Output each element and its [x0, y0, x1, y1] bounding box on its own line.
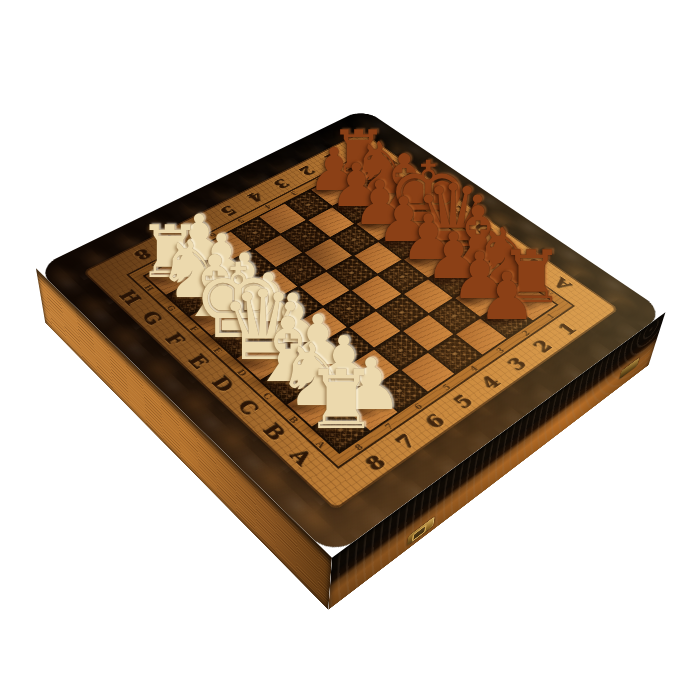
coordinate-cell: 6: [400, 393, 438, 420]
coordinate-cell: 5: [437, 382, 489, 421]
square-a7: [482, 302, 532, 337]
camera-roll-wrapper: HGFEDCBA HGFEDCBA 12345678 12345678 HGFE…: [0, 0, 700, 700]
coordinate-label: D: [207, 372, 240, 396]
square-c5: [377, 295, 427, 330]
coordinate-label: E: [184, 351, 215, 373]
square-f2: [220, 284, 270, 319]
square-e1: [213, 321, 264, 358]
coordinate-cell: E: [174, 343, 225, 381]
coordinate-cell: 4: [465, 363, 516, 401]
chess-set-product-photo: HGFEDCBA HGFEDCBA 12345678 12345678 HGFE…: [0, 0, 700, 700]
brass-hinge-icon: [619, 357, 639, 379]
coordinate-label: A: [314, 440, 327, 450]
coordinate-label: B: [286, 415, 300, 425]
square-a1: [313, 409, 368, 451]
coordinate-label: B: [258, 419, 292, 444]
coordinate-label: 7: [391, 429, 421, 453]
coordinate-cell: 3: [492, 345, 542, 382]
coordinate-cell: B: [248, 411, 302, 453]
coordinate-cell: 7: [379, 420, 433, 462]
coordinate-label: 3: [495, 346, 507, 355]
square-e3: [272, 288, 322, 323]
coordinate-label: G: [164, 304, 177, 313]
coordinate-label: 5: [216, 202, 241, 219]
coordinate-label: 2: [529, 335, 558, 356]
coordinate-label: 4: [468, 364, 480, 373]
coordinate-cell: D: [198, 365, 250, 404]
coordinate-cell: C: [222, 387, 275, 428]
coordinate-cell: D: [225, 359, 260, 388]
coordinate-cell: H: [133, 276, 165, 301]
coordinate-label: 6: [188, 216, 213, 233]
coordinate-label: 4: [476, 371, 505, 393]
square-a6: [456, 319, 506, 355]
coordinate-cell: A: [275, 435, 330, 479]
square-g1: [167, 280, 217, 314]
coordinate-cell: E: [200, 337, 234, 365]
coordinate-label: 4: [243, 189, 267, 205]
coordinate-cell: F: [177, 316, 210, 343]
coordinate-cell: F: [151, 321, 201, 358]
square-a4: [402, 353, 454, 391]
brass-latch-icon: [407, 516, 435, 546]
coordinate-cell: 1: [534, 305, 567, 328]
coordinate-label: 1: [545, 312, 556, 320]
coordinate-label: C: [233, 396, 265, 420]
coordinate-cell: B: [275, 405, 312, 436]
coordinate-label: H: [142, 284, 155, 293]
square-d3: [296, 308, 346, 344]
coordinate-label: F: [188, 325, 200, 333]
perspective-scene: HGFEDCBA HGFEDCBA 12345678 12345678 HGFE…: [0, 0, 700, 700]
square-b5: [403, 315, 453, 351]
square-b6: [430, 298, 480, 333]
coordinate-label: 5: [441, 383, 453, 392]
square-d1: [237, 342, 289, 380]
coordinate-cell: C: [249, 381, 285, 411]
coordinate-cell: 1: [543, 311, 591, 345]
coordinate-label: 1: [320, 150, 344, 165]
coordinate-cell: 6: [409, 401, 462, 441]
coordinate-label: G: [137, 308, 168, 329]
coordinate-label: 5: [449, 389, 479, 412]
square-a2: [344, 390, 398, 431]
coordinate-label: 8: [360, 450, 391, 475]
square-d2: [267, 324, 318, 361]
coordinate-cell: 5: [429, 374, 466, 400]
coordinate-label: 3: [269, 176, 293, 192]
coordinate-label: 1: [553, 318, 581, 338]
square-a5: [429, 335, 480, 372]
square-b1: [287, 386, 341, 427]
square-c4: [350, 311, 400, 347]
coordinate-label: E: [211, 346, 224, 355]
coordinate-cell: H: [107, 281, 155, 315]
coordinate-label: D: [235, 368, 248, 378]
coordinate-label: F: [422, 187, 447, 202]
carved-chess-board-box: HGFEDCBA HGFEDCBA 12345678 12345678 HGFE…: [36, 108, 665, 557]
square-f1: [190, 300, 240, 336]
coordinate-label: 8: [353, 442, 366, 452]
square-d4: [325, 291, 375, 326]
square-a3: [373, 371, 426, 411]
square-b4: [375, 332, 426, 369]
coordinate-cell: G: [128, 301, 177, 336]
coordinate-label: 8: [129, 245, 154, 263]
coordinate-label: A: [285, 445, 318, 470]
coordinate-label: 2: [295, 163, 319, 178]
coordinate-cell: 8: [339, 433, 379, 462]
coordinate-cell: 2: [509, 321, 543, 345]
coordinate-cell: G: [155, 296, 187, 322]
board-top-face: HGFEDCBA HGFEDCBA 12345678 12345678 HGFE…: [36, 108, 665, 557]
coordinate-label: 6: [413, 402, 425, 411]
coordinate-label: F: [161, 329, 191, 349]
coordinate-label: 6: [420, 409, 450, 433]
coordinate-cell: 3: [483, 339, 518, 364]
coordinate-label: 7: [383, 422, 395, 432]
coordinate-cell: 7: [370, 413, 409, 441]
square-b2: [317, 367, 370, 407]
coordinate-label: 3: [503, 353, 532, 374]
coordinate-label: 7: [159, 230, 184, 248]
coordinate-label: C: [260, 391, 273, 401]
coordinate-label: H: [115, 287, 147, 308]
square-c3: [321, 328, 372, 365]
coordinate-cell: 8: [348, 441, 403, 484]
coordinate-label: 2: [520, 329, 532, 337]
square-c1: [261, 363, 314, 402]
coordinate-cell: 4: [456, 356, 492, 381]
square-e2: [243, 304, 293, 340]
coordinate-cell: A: [302, 429, 340, 461]
square-c2: [292, 345, 344, 383]
square-b3: [347, 349, 399, 387]
coordinate-cell: 2: [518, 328, 567, 364]
